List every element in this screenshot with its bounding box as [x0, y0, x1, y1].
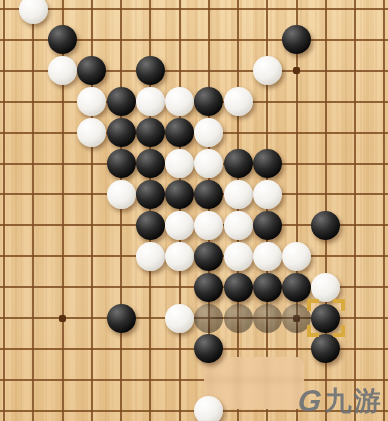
black-stone: [194, 242, 223, 271]
white-stone: [48, 56, 77, 85]
grid-line-vertical: [3, 0, 5, 421]
white-stone: [136, 87, 165, 116]
grid-line-horizontal: [0, 379, 388, 381]
black-stone: [282, 25, 311, 54]
black-stone: [107, 304, 136, 333]
white-stone: [194, 211, 223, 240]
white-stone: [253, 180, 282, 209]
ghost-black-stone: [224, 304, 253, 333]
black-stone: [194, 87, 223, 116]
white-stone: [165, 304, 194, 333]
black-stone: [136, 56, 165, 85]
white-stone: [165, 242, 194, 271]
black-stone: [253, 149, 282, 178]
black-stone: [194, 180, 223, 209]
white-stone: [194, 149, 223, 178]
white-stone: [253, 56, 282, 85]
white-stone: [107, 180, 136, 209]
watermark: G 九游: [298, 386, 383, 416]
black-stone: [311, 211, 340, 240]
black-stone: [282, 273, 311, 302]
white-stone: [224, 87, 253, 116]
black-stone: [136, 149, 165, 178]
black-stone: [136, 180, 165, 209]
white-stone: [194, 118, 223, 147]
white-stone: [224, 242, 253, 271]
black-stone: [194, 273, 223, 302]
white-stone: [311, 273, 340, 302]
last-move-marker: [307, 299, 345, 337]
white-stone: [19, 0, 48, 24]
white-stone: [224, 180, 253, 209]
black-stone: [107, 149, 136, 178]
ghost-black-stone: [253, 304, 282, 333]
black-stone: [253, 273, 282, 302]
gomoku-board[interactable]: G 九游: [0, 0, 388, 421]
white-stone: [165, 211, 194, 240]
black-stone: [165, 118, 194, 147]
star-point: [59, 315, 66, 322]
grid-line-vertical: [32, 0, 34, 421]
black-stone: [107, 118, 136, 147]
watermark-logo-icon: G: [296, 386, 322, 416]
white-stone: [165, 149, 194, 178]
white-stone: [165, 87, 194, 116]
white-stone: [282, 242, 311, 271]
white-stone: [136, 242, 165, 271]
black-stone: [136, 211, 165, 240]
black-stone: [48, 25, 77, 54]
grid-line-vertical: [120, 0, 122, 421]
black-stone: [224, 273, 253, 302]
ghost-black-stone: [194, 304, 223, 333]
white-stone: [253, 242, 282, 271]
grid-line-vertical: [354, 0, 356, 421]
black-stone: [77, 56, 106, 85]
grid-line-vertical: [383, 0, 385, 421]
white-stone: [77, 118, 106, 147]
black-stone: [107, 87, 136, 116]
white-stone: [194, 396, 223, 421]
white-stone: [77, 87, 106, 116]
black-stone: [224, 149, 253, 178]
black-stone: [253, 211, 282, 240]
black-stone: [165, 180, 194, 209]
watermark-text: 九游: [325, 388, 383, 415]
grid-line-horizontal: [0, 8, 388, 10]
black-stone: [136, 118, 165, 147]
black-stone: [311, 334, 340, 363]
white-stone: [224, 211, 253, 240]
star-point: [293, 67, 300, 74]
